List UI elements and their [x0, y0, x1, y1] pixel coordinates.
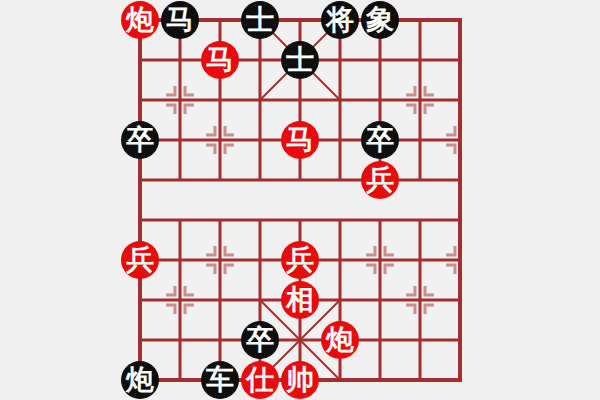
piece-red-cannon[interactable]: 炮	[121, 1, 159, 39]
piece-black-horse[interactable]: 马	[161, 1, 199, 39]
piece-red-general[interactable]: 帅	[281, 361, 319, 399]
piece-black-soldier[interactable]: 卒	[361, 121, 399, 159]
pieces-layer: 炮马士将象马士卒马卒兵兵兵相卒炮炮车仕帅	[0, 0, 600, 400]
piece-red-soldier[interactable]: 兵	[361, 161, 399, 199]
piece-black-cannon[interactable]: 炮	[121, 361, 159, 399]
piece-red-soldier[interactable]: 兵	[121, 241, 159, 279]
piece-black-chariot[interactable]: 车	[201, 361, 239, 399]
piece-black-soldier[interactable]: 卒	[121, 121, 159, 159]
piece-red-advisor[interactable]: 仕	[241, 361, 279, 399]
piece-red-soldier[interactable]: 兵	[281, 241, 319, 279]
piece-red-elephant[interactable]: 相	[281, 281, 319, 319]
piece-black-soldier[interactable]: 卒	[241, 321, 279, 359]
piece-black-advisor[interactable]: 士	[241, 1, 279, 39]
piece-black-elephant[interactable]: 象	[361, 1, 399, 39]
piece-red-cannon[interactable]: 炮	[321, 321, 359, 359]
piece-black-advisor[interactable]: 士	[281, 41, 319, 79]
piece-red-horse[interactable]: 马	[201, 41, 239, 79]
xiangqi-app: 炮马士将象马士卒马卒兵兵兵相卒炮炮车仕帅	[0, 0, 600, 400]
piece-black-general[interactable]: 将	[321, 1, 359, 39]
piece-red-horse[interactable]: 马	[281, 121, 319, 159]
